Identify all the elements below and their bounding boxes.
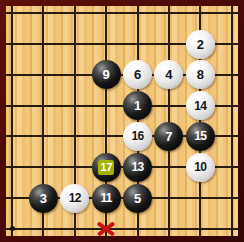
board-intersection bbox=[6, 213, 28, 236]
board-intersection: 10 bbox=[185, 152, 216, 183]
board-intersection: 16 bbox=[122, 121, 153, 152]
move-number: 1 bbox=[134, 99, 141, 112]
stone-black-11: 11 bbox=[92, 184, 121, 213]
stone-black-17: 17 bbox=[92, 153, 121, 182]
move-number: 8 bbox=[197, 68, 204, 81]
stone-black-15: 15 bbox=[186, 122, 215, 151]
move-number: 13 bbox=[131, 161, 143, 173]
stone-white-12: 12 bbox=[60, 184, 89, 213]
move-number: 4 bbox=[165, 68, 172, 81]
move-number: 9 bbox=[103, 68, 110, 81]
move-number: 14 bbox=[194, 100, 206, 112]
stone-white-4: 4 bbox=[154, 60, 183, 89]
stone-black-9: 9 bbox=[92, 60, 121, 89]
board-intersection: 11 bbox=[90, 183, 121, 214]
move-number-last: 17 bbox=[98, 160, 114, 175]
move-number: 7 bbox=[165, 130, 172, 143]
board-intersection: 2 bbox=[185, 29, 216, 60]
board-intersection: 13 bbox=[122, 152, 153, 183]
stone-black-3: 3 bbox=[29, 184, 58, 213]
stone-white-2: 2 bbox=[186, 30, 215, 59]
board-intersection: 14 bbox=[185, 90, 216, 121]
stone-white-16: 16 bbox=[123, 122, 152, 151]
board-intersection: 17 bbox=[90, 152, 121, 183]
red-x-marker bbox=[96, 221, 116, 236]
go-board[interactable]: 1234567891011121314151617 bbox=[6, 6, 238, 236]
board-intersection: 7 bbox=[153, 121, 184, 152]
stone-black-5: 5 bbox=[123, 184, 152, 213]
board-intersection: 4 bbox=[153, 60, 184, 91]
board-intersection: 15 bbox=[185, 121, 216, 152]
move-number: 11 bbox=[100, 192, 112, 204]
move-number: 12 bbox=[69, 192, 81, 204]
move-number: 2 bbox=[197, 38, 204, 51]
stone-black-13: 13 bbox=[123, 153, 152, 182]
move-number: 15 bbox=[194, 130, 206, 142]
diagram-frame: 1234567891011121314151617 bbox=[0, 0, 244, 242]
go-board-grid: 1234567891011121314151617 bbox=[6, 6, 238, 236]
board-intersection: 5 bbox=[122, 183, 153, 214]
stone-white-6: 6 bbox=[123, 60, 152, 89]
board-intersection bbox=[90, 213, 121, 236]
move-number: 6 bbox=[134, 68, 141, 81]
stone-white-14: 14 bbox=[186, 91, 215, 120]
stone-black-1: 1 bbox=[123, 91, 152, 120]
move-number: 5 bbox=[134, 192, 141, 205]
move-number: 16 bbox=[131, 130, 143, 142]
stone-white-8: 8 bbox=[186, 60, 215, 89]
board-intersection: 9 bbox=[90, 60, 121, 91]
board-intersection: 1 bbox=[122, 90, 153, 121]
board-intersection: 12 bbox=[59, 183, 90, 214]
board-intersection: 3 bbox=[28, 183, 59, 214]
stone-white-10: 10 bbox=[186, 153, 215, 182]
stone-black-7: 7 bbox=[154, 122, 183, 151]
star-point bbox=[10, 226, 15, 231]
board-intersection: 6 bbox=[122, 60, 153, 91]
board-intersection: 8 bbox=[185, 60, 216, 91]
move-number: 10 bbox=[194, 161, 206, 173]
move-number: 3 bbox=[40, 192, 47, 205]
